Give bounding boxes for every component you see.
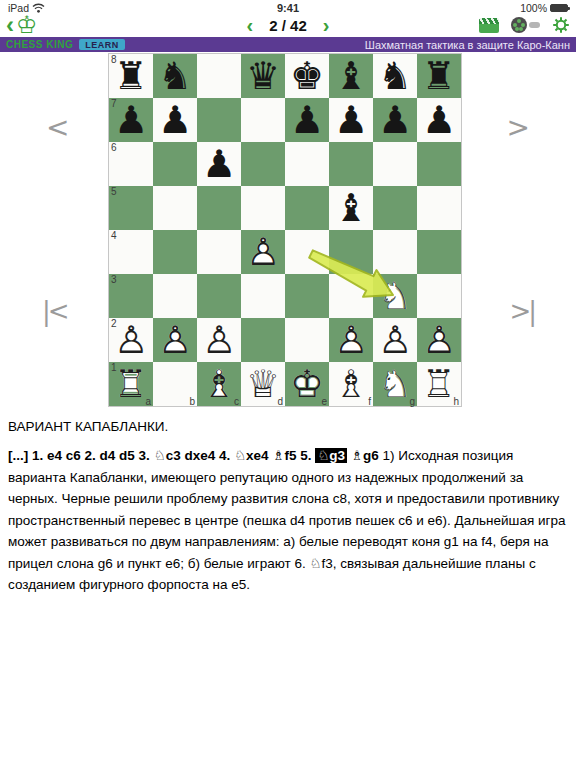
square-d5[interactable] <box>241 186 285 230</box>
chess-board: 8♜♞♛♚♝♞♜7♟♟♟♟♟♟6♟5♝4♟♙3♞♘2♟♙♟♙♟♙♟♙♟♙♟♙1a… <box>108 53 462 407</box>
piece-white-rook[interactable]: ♜♖ <box>109 362 153 406</box>
square-d3[interactable] <box>241 274 285 318</box>
lesson-text: [...] 1. e4 c6 2. d4 d5 3. ♘c3 dxe4 4. ♘… <box>8 445 568 596</box>
square-d8[interactable]: ♛ <box>241 54 285 98</box>
square-e1[interactable]: e♚♔ <box>285 362 329 406</box>
square-b8[interactable]: ♞ <box>153 54 197 98</box>
square-d2[interactable] <box>241 318 285 362</box>
prev-move-button[interactable]: < <box>46 114 69 142</box>
piece-black-pawn[interactable]: ♟ <box>109 98 153 142</box>
square-f2[interactable]: ♟♙ <box>329 318 373 362</box>
video-lessons-icon[interactable] <box>479 18 499 33</box>
square-a5[interactable]: 5 <box>109 186 153 230</box>
piece-black-bishop[interactable]: ♝ <box>329 186 373 230</box>
piece-black-knight[interactable]: ♞ <box>153 54 197 98</box>
square-e2[interactable] <box>285 318 329 362</box>
square-e3[interactable] <box>285 274 329 318</box>
square-g7[interactable]: ♟ <box>373 98 417 142</box>
piece-white-bishop[interactable]: ♝♗ <box>197 362 241 406</box>
toggle-slider <box>529 22 540 28</box>
square-c7[interactable] <box>197 98 241 142</box>
square-g3[interactable]: ♞♘ <box>373 274 417 318</box>
settings-gear-icon[interactable] <box>552 16 570 34</box>
brand-name: CHESS KING <box>6 39 73 50</box>
piece-white-pawn[interactable]: ♟♙ <box>417 318 461 362</box>
square-b1[interactable]: b <box>153 362 197 406</box>
square-e5[interactable] <box>285 186 329 230</box>
square-b2[interactable]: ♟♙ <box>153 318 197 362</box>
square-c3[interactable] <box>197 274 241 318</box>
square-a7[interactable]: 7♟ <box>109 98 153 142</box>
pager-count: 2 / 42 <box>269 17 307 34</box>
square-a4[interactable]: 4 <box>109 230 153 274</box>
piece-white-pawn[interactable]: ♟♙ <box>153 318 197 362</box>
piece-white-pawn[interactable]: ♟♙ <box>329 318 373 362</box>
square-a3[interactable]: 3 <box>109 274 153 318</box>
square-a2[interactable]: 2♟♙ <box>109 318 153 362</box>
rank-label-6: 6 <box>111 142 117 153</box>
course-title: Шахматная тактика в защите Каро-Канн <box>365 39 570 51</box>
square-g5[interactable] <box>373 186 417 230</box>
square-f7[interactable]: ♟ <box>329 98 373 142</box>
piece-white-knight[interactable]: ♞♘ <box>373 274 417 318</box>
piece-white-pawn[interactable]: ♟♙ <box>197 318 241 362</box>
lesson-text-segment: ♗g6 <box>347 448 379 463</box>
square-h1[interactable]: h♜♖ <box>417 362 461 406</box>
square-b6[interactable] <box>153 142 197 186</box>
learn-badge: LEARN <box>79 39 125 50</box>
square-c2[interactable]: ♟♙ <box>197 318 241 362</box>
piece-white-pawn[interactable]: ♟♙ <box>241 230 285 274</box>
square-e4[interactable] <box>285 230 329 274</box>
square-c4[interactable] <box>197 230 241 274</box>
piece-black-king[interactable]: ♚ <box>285 54 329 98</box>
square-f4[interactable] <box>329 230 373 274</box>
next-move-button[interactable]: > <box>507 114 530 142</box>
square-b7[interactable]: ♟ <box>153 98 197 142</box>
rank-label-4: 4 <box>111 230 117 241</box>
square-e7[interactable]: ♟ <box>285 98 329 142</box>
lesson-title: ВАРИАНТ КАПАБЛАНКИ. <box>8 419 568 434</box>
square-g6[interactable] <box>373 142 417 186</box>
square-d4[interactable]: ♟♙ <box>241 230 285 274</box>
square-h8[interactable]: ♜ <box>417 54 461 98</box>
piece-black-rook[interactable]: ♜ <box>417 54 461 98</box>
square-f3[interactable] <box>329 274 373 318</box>
lesson-text-segment: [...] 1. e4 c6 2. d4 d5 3. ♘c3 dxe4 4. ♘… <box>8 448 315 463</box>
square-d1[interactable]: d♛♕ <box>241 362 285 406</box>
square-g2[interactable]: ♟♙ <box>373 318 417 362</box>
square-f8[interactable]: ♝ <box>329 54 373 98</box>
piece-black-pawn[interactable]: ♟ <box>197 142 241 186</box>
square-a1[interactable]: 1a♜♖ <box>109 362 153 406</box>
piece-white-rook[interactable]: ♜♖ <box>417 362 461 406</box>
file-label-b: b <box>189 396 195 407</box>
lesson-pager: ‹ 2 / 42 › <box>247 15 330 35</box>
back-button[interactable]: ‹ <box>6 14 14 36</box>
square-e6[interactable] <box>285 142 329 186</box>
piece-white-pawn[interactable]: ♟♙ <box>109 318 153 362</box>
last-move-button[interactable]: >| <box>509 297 534 325</box>
piece-black-pawn[interactable]: ♟ <box>417 98 461 142</box>
first-move-button[interactable]: |< <box>42 297 67 325</box>
piece-black-pawn[interactable]: ♟ <box>153 98 197 142</box>
piece-black-pawn[interactable]: ♟ <box>285 98 329 142</box>
square-g8[interactable]: ♞ <box>373 54 417 98</box>
piece-white-pawn[interactable]: ♟♙ <box>373 318 417 362</box>
piece-white-knight[interactable]: ♞♘ <box>373 362 417 406</box>
square-b3[interactable] <box>153 274 197 318</box>
square-h6[interactable] <box>417 142 461 186</box>
piece-white-bishop[interactable]: ♝♗ <box>329 362 373 406</box>
piece-white-queen[interactable]: ♛♕ <box>241 362 285 406</box>
piece-black-rook[interactable]: ♜ <box>109 54 153 98</box>
piece-black-pawn[interactable]: ♟ <box>373 98 417 142</box>
pager-prev-button[interactable]: ‹ <box>247 15 254 35</box>
square-b4[interactable] <box>153 230 197 274</box>
square-a8[interactable]: 8♜ <box>109 54 153 98</box>
piece-white-king[interactable]: ♚♔ <box>285 362 329 406</box>
pager-next-button[interactable]: › <box>323 15 330 35</box>
piece-black-pawn[interactable]: ♟ <box>329 98 373 142</box>
chess-king-logo-icon[interactable]: ♔ <box>16 13 38 37</box>
square-g4[interactable] <box>373 230 417 274</box>
piece-black-queen[interactable]: ♛ <box>241 54 285 98</box>
current-move[interactable]: ♘g3 <box>315 448 347 463</box>
square-c6[interactable]: ♟ <box>197 142 241 186</box>
battery-icon <box>550 4 568 12</box>
square-g1[interactable]: g♞♘ <box>373 362 417 406</box>
square-h4[interactable] <box>417 230 461 274</box>
square-c1[interactable]: c♝♗ <box>197 362 241 406</box>
square-a6[interactable]: 6 <box>109 142 153 186</box>
square-d7[interactable] <box>241 98 285 142</box>
rank-label-3: 3 <box>111 274 117 285</box>
status-bar: iPad 9:41 100% <box>0 0 576 14</box>
lesson-text-segment: 1) Исходная позиция варианта Капабланки,… <box>8 448 566 592</box>
square-f5[interactable]: ♝ <box>329 186 373 230</box>
piece-black-knight[interactable]: ♞ <box>373 54 417 98</box>
app-page: iPad 9:41 100% ‹ ♔ ‹ 2 / 42 › <box>0 0 576 768</box>
square-h5[interactable] <box>417 186 461 230</box>
animation-toggle[interactable] <box>511 17 540 33</box>
piece-black-bishop[interactable]: ♝ <box>329 54 373 98</box>
square-h7[interactable]: ♟ <box>417 98 461 142</box>
square-e8[interactable]: ♚ <box>285 54 329 98</box>
square-h3[interactable] <box>417 274 461 318</box>
square-c8[interactable] <box>197 54 241 98</box>
square-f6[interactable] <box>329 142 373 186</box>
nav-bar: ‹ ♔ ‹ 2 / 42 › <box>0 13 576 37</box>
lesson-panel: ВАРИАНТ КАПАБЛАНКИ. [...] 1. e4 c6 2. d4… <box>0 419 576 596</box>
square-d6[interactable] <box>241 142 285 186</box>
square-f1[interactable]: f♝♗ <box>329 362 373 406</box>
square-h2[interactable]: ♟♙ <box>417 318 461 362</box>
square-b5[interactable] <box>153 186 197 230</box>
rank-label-5: 5 <box>111 186 117 197</box>
brand-bar: CHESS KING LEARN Шахматная тактика в защ… <box>0 37 576 52</box>
film-reel-icon <box>511 17 527 33</box>
square-c5[interactable] <box>197 186 241 230</box>
